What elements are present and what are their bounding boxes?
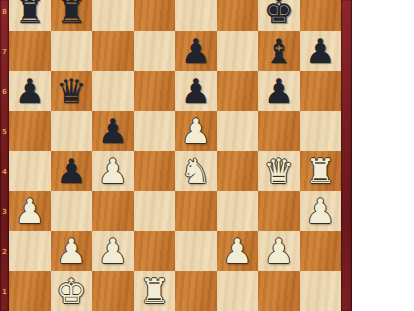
rank-label-1: 1 [0,288,9,297]
square-e6[interactable]: ♟ [175,71,217,111]
square-d4[interactable] [134,151,176,191]
page-right-margin [352,0,414,311]
square-c2[interactable]: ♟ [92,231,134,271]
rank-label-7: 7 [0,48,9,57]
board-grid: ♜♜♚♟♝♟♟♛♟♟♟♟♟♟♞♛♜♟♟♟♟♟♟♚♜ [9,0,341,311]
rank-label-3: 3 [0,208,9,217]
board-left-border: 87654321 [0,0,9,311]
black-pawn: ♟ [175,31,217,71]
white-pawn: ♟ [175,111,217,151]
white-knight: ♞ [175,151,217,191]
white-pawn: ♟ [217,231,259,271]
square-c1[interactable] [92,271,134,311]
black-pawn: ♟ [92,111,134,151]
square-e3[interactable] [175,191,217,231]
square-a2[interactable] [9,231,51,271]
square-b2[interactable]: ♟ [51,231,93,271]
square-a6[interactable]: ♟ [9,71,51,111]
square-a3[interactable]: ♟ [9,191,51,231]
square-b8[interactable]: ♜ [51,0,93,31]
white-pawn: ♟ [9,191,51,231]
board-right-border [341,0,352,311]
square-e4[interactable]: ♞ [175,151,217,191]
square-e7[interactable]: ♟ [175,31,217,71]
square-h7[interactable]: ♟ [300,31,342,71]
square-c8[interactable] [92,0,134,31]
square-d8[interactable] [134,0,176,31]
square-g1[interactable] [258,271,300,311]
square-f7[interactable] [217,31,259,71]
black-rook: ♜ [51,0,93,31]
white-king: ♚ [51,271,93,311]
square-f8[interactable] [217,0,259,31]
black-pawn: ♟ [51,151,93,191]
square-f2[interactable]: ♟ [217,231,259,271]
square-h5[interactable] [300,111,342,151]
square-c6[interactable] [92,71,134,111]
square-g5[interactable] [258,111,300,151]
square-e1[interactable] [175,271,217,311]
square-d6[interactable] [134,71,176,111]
square-e8[interactable] [175,0,217,31]
square-g8[interactable]: ♚ [258,0,300,31]
rank-label-2: 2 [0,248,9,257]
square-b4[interactable]: ♟ [51,151,93,191]
square-c4[interactable]: ♟ [92,151,134,191]
black-pawn: ♟ [300,31,342,71]
square-h4[interactable]: ♜ [300,151,342,191]
white-rook: ♜ [134,271,176,311]
rank-label-4: 4 [0,168,9,177]
square-f3[interactable] [217,191,259,231]
square-a1[interactable] [9,271,51,311]
square-g2[interactable]: ♟ [258,231,300,271]
square-b3[interactable] [51,191,93,231]
square-f4[interactable] [217,151,259,191]
white-rook: ♜ [300,151,342,191]
black-rook: ♜ [9,0,51,31]
square-d2[interactable] [134,231,176,271]
square-f1[interactable] [217,271,259,311]
square-h8[interactable] [300,0,342,31]
square-e2[interactable] [175,231,217,271]
black-bishop: ♝ [258,31,300,71]
square-a7[interactable] [9,31,51,71]
white-queen: ♛ [258,151,300,191]
black-pawn: ♟ [258,71,300,111]
black-king: ♚ [258,0,300,31]
black-pawn: ♟ [9,71,51,111]
square-d1[interactable]: ♜ [134,271,176,311]
square-b7[interactable] [51,31,93,71]
square-c5[interactable]: ♟ [92,111,134,151]
square-a4[interactable] [9,151,51,191]
square-d5[interactable] [134,111,176,151]
white-pawn: ♟ [51,231,93,271]
square-b6[interactable]: ♛ [51,71,93,111]
chess-board: ♜♜♚♟♝♟♟♛♟♟♟♟♟♟♞♛♜♟♟♟♟♟♟♚♜ 87654321 [0,0,352,311]
white-pawn: ♟ [92,231,134,271]
square-f5[interactable] [217,111,259,151]
white-pawn: ♟ [92,151,134,191]
square-g7[interactable]: ♝ [258,31,300,71]
square-b1[interactable]: ♚ [51,271,93,311]
square-b5[interactable] [51,111,93,151]
square-g3[interactable] [258,191,300,231]
square-h1[interactable] [300,271,342,311]
rank-label-6: 6 [0,88,9,97]
rank-label-5: 5 [0,128,9,137]
square-h2[interactable] [300,231,342,271]
square-a5[interactable] [9,111,51,151]
black-pawn: ♟ [175,71,217,111]
square-c7[interactable] [92,31,134,71]
black-queen: ♛ [51,71,93,111]
square-f6[interactable] [217,71,259,111]
square-g4[interactable]: ♛ [258,151,300,191]
square-c3[interactable] [92,191,134,231]
screenshot-page: ♜♜♚♟♝♟♟♛♟♟♟♟♟♟♞♛♜♟♟♟♟♟♟♚♜ 87654321 [0,0,414,311]
rank-label-8: 8 [0,8,9,17]
square-a8[interactable]: ♜ [9,0,51,31]
square-e5[interactable]: ♟ [175,111,217,151]
white-pawn: ♟ [258,231,300,271]
square-d7[interactable] [134,31,176,71]
square-d3[interactable] [134,191,176,231]
square-h3[interactable]: ♟ [300,191,342,231]
white-pawn: ♟ [300,191,342,231]
square-h6[interactable] [300,71,342,111]
square-g6[interactable]: ♟ [258,71,300,111]
